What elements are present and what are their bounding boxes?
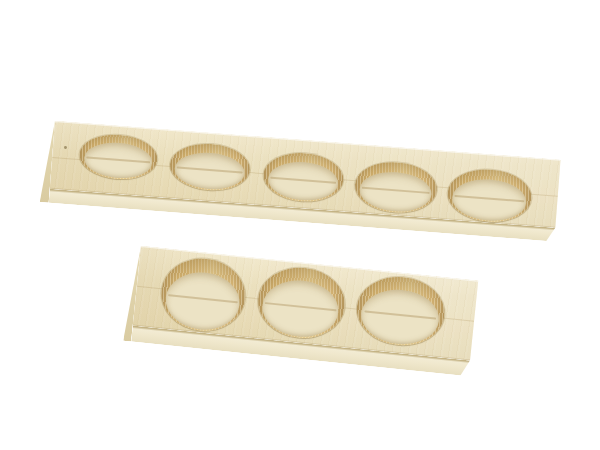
pit-recess — [446, 166, 534, 224]
pit-floor — [259, 277, 341, 340]
pit-recess — [254, 263, 348, 342]
pit-floor — [83, 141, 154, 181]
pit-floor-joint-line — [168, 294, 237, 303]
five-pit-tray — [49, 121, 561, 242]
pit-recess — [158, 255, 249, 335]
pit-recess — [353, 273, 448, 350]
pit-recess — [353, 159, 439, 215]
pit-recess — [168, 141, 251, 193]
pit-floor — [267, 160, 340, 203]
wood-knot-speck — [64, 146, 67, 149]
pit-floor — [359, 286, 442, 348]
pit-floor — [163, 269, 242, 334]
pit-floor — [358, 169, 433, 214]
pit-floor-joint-line — [177, 166, 243, 173]
pit-floor-joint-line — [362, 187, 430, 194]
product-photo-stage — [0, 0, 600, 450]
pit-floor-joint-line — [86, 156, 151, 163]
three-pit-tray — [131, 246, 478, 376]
pit-floor — [173, 150, 246, 192]
pit-recess — [262, 150, 345, 204]
pit-recess — [78, 132, 159, 182]
pit-floor-joint-line — [364, 310, 437, 319]
pit-floor-joint-line — [455, 195, 524, 202]
pit-floor-joint-line — [270, 177, 336, 184]
pit-floor-joint-line — [265, 302, 337, 311]
pit-floor — [451, 177, 528, 224]
